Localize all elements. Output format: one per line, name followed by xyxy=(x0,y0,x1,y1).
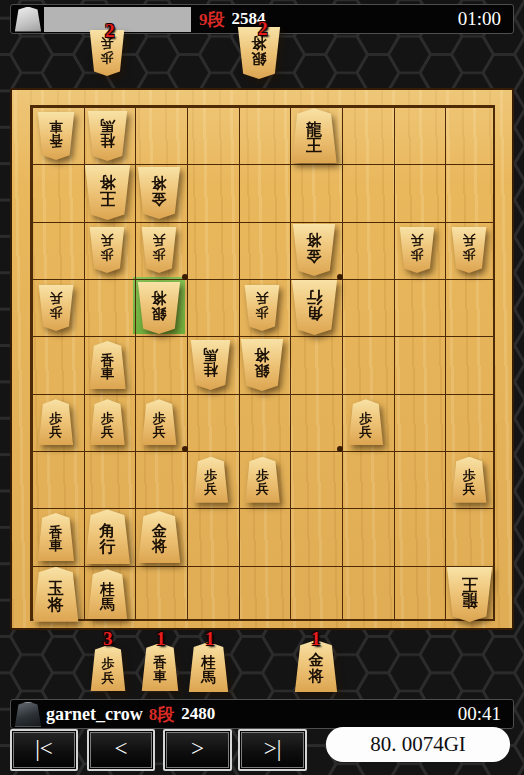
piece-silver-hand[interactable]: 銀将 xyxy=(237,27,281,79)
shogi-app: 9段 2584 01:00 歩兵2銀将2 香車桂馬龍王王将金将歩兵歩兵金将歩兵歩… xyxy=(0,0,524,775)
piece-pawn-1c[interactable]: 歩兵 xyxy=(451,227,487,273)
piece-lance-8e[interactable]: 香車 xyxy=(88,341,126,389)
piece-pawn-6g[interactable]: 歩兵 xyxy=(193,457,229,503)
piece-pawn-9d[interactable]: 歩兵 xyxy=(38,285,74,331)
piece-pawn-1g[interactable]: 歩兵 xyxy=(451,457,487,503)
player-rank: 8段 xyxy=(149,703,175,726)
piece-silver-7d[interactable]: 銀将 xyxy=(137,282,181,334)
opponent-rank: 9段 xyxy=(199,8,225,31)
piece-pawn-9f[interactable]: 歩兵 xyxy=(38,399,74,445)
piece-lance-hand[interactable]: 香車 xyxy=(141,643,179,691)
piece-lance-9a[interactable]: 香車 xyxy=(37,112,75,160)
piece-pawn-5d[interactable]: 歩兵 xyxy=(244,285,280,331)
hoshi-dot xyxy=(182,446,188,452)
piece-pawn-2c[interactable]: 歩兵 xyxy=(399,227,435,273)
opponent-name-redacted xyxy=(44,7,191,32)
piece-king-8b[interactable]: 王将 xyxy=(84,165,131,220)
piece-bishop-8h[interactable]: 角行 xyxy=(84,509,131,564)
player-avatar-piece-icon xyxy=(14,702,42,727)
opponent-clock: 01:00 xyxy=(458,8,501,30)
nav-last-button[interactable]: >| xyxy=(238,729,307,771)
nav-next-button[interactable]: > xyxy=(163,729,232,771)
piece-pawn-3f[interactable]: 歩兵 xyxy=(348,399,384,445)
hoshi-dot xyxy=(337,274,343,280)
piece-bishop-4d[interactable]: 角行 xyxy=(291,280,338,335)
piece-knight-6e[interactable]: 桂馬 xyxy=(190,340,231,390)
player-clock: 00:41 xyxy=(458,703,501,725)
piece-pawn-hand[interactable]: 歩兵 xyxy=(90,645,126,691)
hoshi-dot xyxy=(337,446,343,452)
opponent-avatar-piece-icon xyxy=(14,7,42,32)
nav-first-button[interactable]: |< xyxy=(10,729,78,771)
piece-dragon-1i[interactable]: 龍王 xyxy=(446,567,493,622)
piece-lance-9h[interactable]: 香車 xyxy=(37,513,75,561)
piece-gold-4c[interactable]: 金将 xyxy=(292,224,336,276)
piece-silver-5e[interactable]: 銀将 xyxy=(240,339,284,391)
player-rating: 2480 xyxy=(181,704,215,724)
piece-knight-8a[interactable]: 桂馬 xyxy=(87,111,128,161)
move-indicator: 80. 0074GI xyxy=(326,727,510,762)
piece-pawn-5g[interactable]: 歩兵 xyxy=(244,457,280,503)
hoshi-dot xyxy=(182,274,188,280)
piece-pawn-7c[interactable]: 歩兵 xyxy=(141,227,177,273)
piece-gold-7h[interactable]: 金将 xyxy=(137,511,181,563)
piece-pawn-8c[interactable]: 歩兵 xyxy=(89,227,125,273)
piece-dragon-4a[interactable]: 龍王 xyxy=(291,108,338,163)
piece-pawn-hand[interactable]: 歩兵 xyxy=(89,30,125,76)
player-info-bar: garnet_crow 8段 2480 00:41 xyxy=(10,699,514,729)
piece-gold-7b[interactable]: 金将 xyxy=(137,167,181,219)
nav-prev-button[interactable]: < xyxy=(87,729,155,771)
shogi-board[interactable]: 香車桂馬龍王王将金将歩兵歩兵金将歩兵歩兵歩兵銀将歩兵角行香車桂馬銀将歩兵歩兵歩兵… xyxy=(10,88,514,630)
piece-pawn-7f[interactable]: 歩兵 xyxy=(141,399,177,445)
player-name: garnet_crow xyxy=(46,704,143,725)
piece-knight-8i[interactable]: 桂馬 xyxy=(87,569,128,619)
piece-pawn-8f[interactable]: 歩兵 xyxy=(89,399,125,445)
piece-gold-hand[interactable]: 金将 xyxy=(294,640,338,692)
piece-knight-hand[interactable]: 桂馬 xyxy=(188,642,229,692)
opponent-rating: 2584 xyxy=(232,9,266,29)
piece-king-9i[interactable]: 玉将 xyxy=(32,567,79,622)
